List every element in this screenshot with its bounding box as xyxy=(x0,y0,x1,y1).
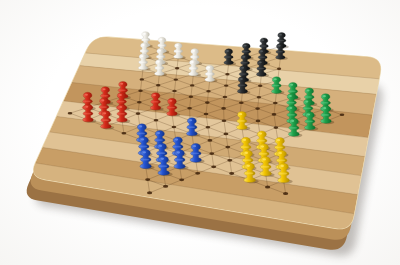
peg-head-highlight xyxy=(281,165,284,167)
peg-head-highlight xyxy=(177,151,180,153)
hole[interactable] xyxy=(190,84,194,86)
hole[interactable] xyxy=(195,172,200,175)
peg-flange-highlight xyxy=(176,50,182,52)
peg-head-highlight xyxy=(176,44,179,46)
peg-head-highlight xyxy=(243,56,246,58)
peg-head-highlight xyxy=(247,165,250,167)
peg-flange-highlight xyxy=(191,67,197,69)
peg-flange-highlight xyxy=(259,68,265,70)
peg-flange-highlight xyxy=(119,101,125,103)
hole[interactable] xyxy=(172,90,176,92)
peg-flange-highlight xyxy=(120,89,126,91)
hole[interactable] xyxy=(174,78,178,80)
peg-head-highlight xyxy=(279,34,282,36)
peg-head-highlight xyxy=(245,152,248,154)
peg-head-highlight xyxy=(119,106,122,108)
peg-head-highlight xyxy=(226,50,229,52)
peg-head-highlight xyxy=(244,45,247,47)
peg-head-highlight xyxy=(175,138,178,140)
peg-head-highlight xyxy=(259,133,262,135)
peg-flange-highlight xyxy=(169,107,175,109)
peg-head-highlight xyxy=(153,94,156,96)
peg-head-highlight xyxy=(160,39,163,41)
peg-head-highlight xyxy=(139,125,142,127)
hole[interactable] xyxy=(179,178,184,181)
peg-flange-highlight xyxy=(176,159,183,161)
hole[interactable] xyxy=(265,185,270,188)
peg-flange-highlight xyxy=(278,159,285,161)
peg-head-highlight xyxy=(101,99,104,101)
peg-flange-highlight xyxy=(260,57,266,59)
peg-flange-highlight xyxy=(306,96,312,98)
peg-head-highlight xyxy=(189,119,192,121)
hole[interactable] xyxy=(206,90,210,92)
peg-flange-highlight xyxy=(192,56,198,58)
hole[interactable] xyxy=(277,68,281,70)
peg-flange-highlight xyxy=(157,67,163,69)
peg-head-highlight xyxy=(289,95,292,97)
peg-flange-highlight xyxy=(260,153,267,155)
peg-head-highlight xyxy=(159,145,162,147)
hole[interactable] xyxy=(224,84,228,86)
hole[interactable] xyxy=(221,107,226,110)
peg-head-highlight xyxy=(305,101,308,103)
peg-flange-highlight xyxy=(290,90,296,92)
hole[interactable] xyxy=(256,120,261,123)
peg-head-highlight xyxy=(141,55,144,57)
photo-scene xyxy=(0,0,400,265)
peg-flange-highlight xyxy=(142,50,148,52)
peg-head-highlight xyxy=(141,138,144,140)
peg-head-highlight xyxy=(260,50,263,52)
peg-flange-highlight xyxy=(242,62,248,64)
peg-head-highlight xyxy=(323,95,326,97)
peg-flange-highlight xyxy=(307,120,313,122)
peg-head-highlight xyxy=(169,100,172,102)
peg-flange-highlight xyxy=(157,139,164,141)
peg-head-highlight xyxy=(103,112,106,114)
peg-head-highlight xyxy=(85,106,88,108)
peg-flange-highlight xyxy=(159,45,164,47)
peg-head-highlight xyxy=(240,78,243,80)
peg-flange-highlight xyxy=(305,107,311,109)
peg-flange-highlight xyxy=(102,95,108,97)
peg-head-highlight xyxy=(85,94,88,96)
peg-head-highlight xyxy=(157,61,160,63)
peg-flange-highlight xyxy=(153,101,159,103)
peg-head-highlight xyxy=(143,151,146,153)
peg-flange-highlight xyxy=(103,119,109,121)
peg-flange-highlight xyxy=(142,159,149,161)
peg-flange-highlight xyxy=(262,166,269,168)
hole[interactable] xyxy=(273,102,278,105)
peg-flange-highlight xyxy=(175,146,182,148)
hole[interactable] xyxy=(209,152,214,155)
hole[interactable] xyxy=(224,133,229,136)
peg-head-highlight xyxy=(290,84,293,86)
hole[interactable] xyxy=(257,96,261,99)
peg-flange-highlight xyxy=(244,159,251,161)
hole[interactable] xyxy=(208,139,213,142)
peg-head-highlight xyxy=(274,78,277,80)
hole[interactable] xyxy=(229,172,234,175)
peg-flange-highlight xyxy=(289,114,295,116)
peg-head-highlight xyxy=(278,45,281,47)
peg-head-highlight xyxy=(262,39,265,41)
hole[interactable] xyxy=(205,101,210,104)
hole[interactable] xyxy=(163,185,168,188)
hole[interactable] xyxy=(145,178,150,181)
hole[interactable] xyxy=(187,107,192,110)
peg-flange-highlight xyxy=(140,61,146,63)
hole[interactable] xyxy=(211,165,216,168)
hole[interactable] xyxy=(239,102,244,105)
hole[interactable] xyxy=(156,84,160,86)
peg-flange-highlight xyxy=(226,56,232,58)
peg-flange-highlight xyxy=(141,146,148,148)
peg-head-highlight xyxy=(103,88,106,90)
hole[interactable] xyxy=(222,119,227,122)
hole[interactable] xyxy=(175,67,179,69)
hole[interactable] xyxy=(140,78,144,80)
peg-head-highlight xyxy=(157,132,160,134)
peg-head-highlight xyxy=(307,113,310,115)
peg-flange-highlight xyxy=(323,114,329,116)
peg-flange-highlight xyxy=(277,146,284,148)
peg-head-highlight xyxy=(243,139,246,141)
hole[interactable] xyxy=(272,113,277,116)
peg-head-highlight xyxy=(307,89,310,91)
peg-head-highlight xyxy=(193,145,196,147)
board-photo-svg xyxy=(0,0,400,265)
hole[interactable] xyxy=(137,101,142,104)
hole[interactable] xyxy=(258,85,262,87)
peg-head-highlight xyxy=(241,67,244,69)
hole[interactable] xyxy=(223,96,227,99)
peg-flange-highlight xyxy=(241,73,247,75)
peg-flange-highlight xyxy=(158,56,164,58)
peg-head-highlight xyxy=(291,120,294,122)
peg-flange-highlight xyxy=(101,106,107,108)
hole[interactable] xyxy=(122,132,127,135)
peg-flange-highlight xyxy=(280,172,287,174)
hole[interactable] xyxy=(225,73,229,75)
hole[interactable] xyxy=(340,114,345,117)
hole[interactable] xyxy=(138,90,142,92)
hole[interactable] xyxy=(147,191,152,194)
hole[interactable] xyxy=(68,112,73,115)
peg-head-highlight xyxy=(142,44,145,46)
peg-head-highlight xyxy=(161,158,164,160)
peg-head-highlight xyxy=(279,152,282,154)
peg-flange-highlight xyxy=(160,165,167,167)
peg-head-highlight xyxy=(239,113,242,115)
peg-head-highlight xyxy=(263,158,266,160)
peg-head-highlight xyxy=(119,94,122,96)
peg-head-highlight xyxy=(191,61,194,63)
peg-flange-highlight xyxy=(85,113,91,115)
peg-flange-highlight xyxy=(192,152,199,154)
hole[interactable] xyxy=(283,192,288,195)
peg-head-highlight xyxy=(261,145,264,147)
peg-head-highlight xyxy=(277,139,280,141)
peg-flange-highlight xyxy=(189,126,195,128)
peg-flange-highlight xyxy=(261,45,266,47)
peg-flange-highlight xyxy=(158,152,165,154)
peg-flange-highlight xyxy=(243,146,250,148)
peg-head-highlight xyxy=(143,33,146,35)
peg-flange-highlight xyxy=(279,40,284,41)
hole[interactable] xyxy=(136,112,141,115)
peg-head-highlight xyxy=(289,107,292,109)
peg-flange-highlight xyxy=(143,39,148,40)
hole[interactable] xyxy=(189,96,193,99)
peg-flange-highlight xyxy=(239,120,245,122)
peg-flange-highlight xyxy=(246,172,253,174)
peg-flange-highlight xyxy=(244,51,250,53)
peg-head-highlight xyxy=(323,107,326,109)
peg-flange-highlight xyxy=(323,102,329,104)
peg-head-highlight xyxy=(158,50,161,52)
peg-flange-highlight xyxy=(240,85,246,87)
peg-flange-highlight xyxy=(85,101,91,103)
peg-flange-highlight xyxy=(278,51,284,53)
peg-flange-highlight xyxy=(207,73,213,75)
hole[interactable] xyxy=(225,146,230,149)
hole[interactable] xyxy=(204,113,209,116)
peg-head-highlight xyxy=(120,83,123,85)
hole[interactable] xyxy=(206,126,211,129)
peg-flange-highlight xyxy=(274,85,280,87)
hole[interactable] xyxy=(274,126,279,129)
hole[interactable] xyxy=(172,126,177,129)
peg-flange-highlight xyxy=(139,133,145,135)
hole[interactable] xyxy=(227,159,232,162)
hole[interactable] xyxy=(154,119,159,122)
peg-flange-highlight xyxy=(291,127,297,129)
hole[interactable] xyxy=(255,107,260,110)
peg-head-highlight xyxy=(259,61,262,63)
peg-flange-highlight xyxy=(289,102,295,104)
peg-flange-highlight xyxy=(259,140,266,142)
peg-head-highlight xyxy=(192,50,195,52)
peg-flange-highlight xyxy=(119,113,125,115)
peg-head-highlight xyxy=(207,67,210,69)
